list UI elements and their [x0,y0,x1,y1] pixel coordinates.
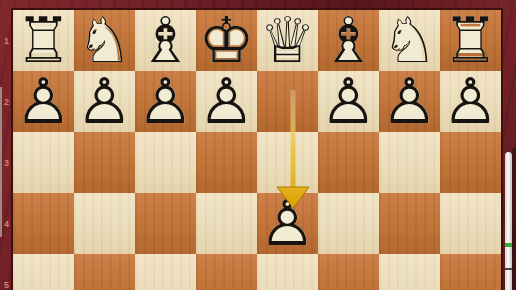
square-e1[interactable]: ♚♔ [196,10,257,71]
piece-outline-glyph: ♘ [74,10,135,71]
piece-white-queen-d1[interactable]: ♛♕ [257,10,318,71]
piece-white-knight-g1[interactable]: ♞♘ [74,10,135,71]
square-b1[interactable]: ♞♘ [379,10,440,71]
square-b2[interactable]: ♟♙ [379,71,440,132]
piece-white-pawn-a2[interactable]: ♟♙ [440,71,501,132]
square-d1[interactable]: ♛♕ [257,10,318,71]
piece-white-pawn-c2[interactable]: ♟♙ [318,71,379,132]
square-g3[interactable] [74,132,135,193]
square-a5[interactable] [440,254,501,290]
piece-white-pawn-b2[interactable]: ♟♙ [379,71,440,132]
piece-white-bishop-f1[interactable]: ♝♗ [135,10,196,71]
square-a2[interactable]: ♟♙ [440,71,501,132]
piece-outline-glyph: ♗ [318,10,379,71]
rank-label-1: 1 [0,10,13,71]
chess-board: ♜♖♞♘♝♗♚♔♛♕♝♗♞♘♜♖♟♙♟♙♟♙♟♙♟♙♟♙♟♙♟♙ [13,10,501,290]
square-h4[interactable] [13,193,74,254]
piece-outline-glyph: ♕ [257,10,318,71]
square-g2[interactable]: ♟♙ [74,71,135,132]
rank-label-5: 5 [0,254,13,290]
square-a3[interactable] [440,132,501,193]
square-c4[interactable] [318,193,379,254]
square-b4[interactable] [379,193,440,254]
square-h1[interactable]: ♜♖ [13,10,74,71]
scrollbar-green-marker-icon [505,243,512,247]
square-h3[interactable] [13,132,74,193]
square-e4[interactable] [196,193,257,254]
square-h2[interactable]: ♟♙ [13,71,74,132]
piece-outline-glyph: ♗ [135,10,196,71]
piece-white-rook-a1[interactable]: ♜♖ [440,10,501,71]
square-h5[interactable] [13,254,74,290]
square-e2[interactable]: ♟♙ [196,71,257,132]
piece-outline-glyph: ♙ [257,193,318,254]
square-f4[interactable] [135,193,196,254]
piece-white-pawn-g2[interactable]: ♟♙ [74,71,135,132]
piece-white-rook-h1[interactable]: ♜♖ [13,10,74,71]
square-a4[interactable] [440,193,501,254]
chess-video-frame: ♜♖♞♘♝♗♚♔♛♕♝♗♞♘♜♖♟♙♟♙♟♙♟♙♟♙♟♙♟♙♟♙ 12345 [0,0,516,290]
piece-white-pawn-h2[interactable]: ♟♙ [13,71,74,132]
left-scrollbar-fragment [0,87,2,237]
piece-white-pawn-f2[interactable]: ♟♙ [135,71,196,132]
piece-outline-glyph: ♙ [74,71,135,132]
square-d4[interactable]: ♟♙ [257,193,318,254]
piece-outline-glyph: ♘ [379,10,440,71]
piece-white-bishop-c1[interactable]: ♝♗ [318,10,379,71]
piece-outline-glyph: ♔ [196,10,257,71]
piece-outline-glyph: ♖ [440,10,501,71]
piece-outline-glyph: ♙ [440,71,501,132]
piece-outline-glyph: ♙ [379,71,440,132]
square-c2[interactable]: ♟♙ [318,71,379,132]
square-g4[interactable] [74,193,135,254]
square-f5[interactable] [135,254,196,290]
square-c1[interactable]: ♝♗ [318,10,379,71]
square-c5[interactable] [318,254,379,290]
piece-outline-glyph: ♙ [318,71,379,132]
square-e3[interactable] [196,132,257,193]
piece-outline-glyph: ♙ [196,71,257,132]
square-e5[interactable] [196,254,257,290]
square-c3[interactable] [318,132,379,193]
piece-outline-glyph: ♙ [13,71,74,132]
square-a1[interactable]: ♜♖ [440,10,501,71]
right-edge-shade [512,148,516,290]
piece-white-knight-b1[interactable]: ♞♘ [379,10,440,71]
square-f2[interactable]: ♟♙ [135,71,196,132]
square-d3[interactable] [257,132,318,193]
piece-white-pawn-d4[interactable]: ♟♙ [257,193,318,254]
square-d2[interactable] [257,71,318,132]
square-g1[interactable]: ♞♘ [74,10,135,71]
piece-white-king-e1[interactable]: ♚♔ [196,10,257,71]
square-f3[interactable] [135,132,196,193]
square-b3[interactable] [379,132,440,193]
square-f1[interactable]: ♝♗ [135,10,196,71]
square-d5[interactable] [257,254,318,290]
scrollbar-dark-marker-icon [505,268,512,270]
square-g5[interactable] [74,254,135,290]
piece-white-pawn-e2[interactable]: ♟♙ [196,71,257,132]
piece-outline-glyph: ♙ [135,71,196,132]
piece-outline-glyph: ♖ [13,10,74,71]
square-b5[interactable] [379,254,440,290]
